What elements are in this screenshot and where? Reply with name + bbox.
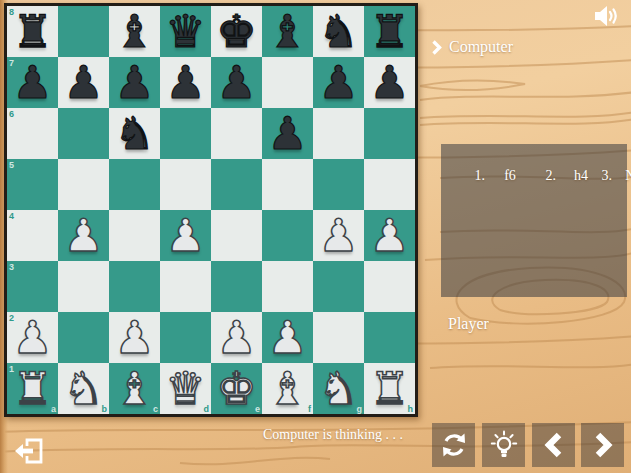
square-c7[interactable]: ♟ [109, 57, 160, 108]
piece-bP-d7[interactable]: ♟ [165, 57, 205, 108]
piece-wP-e2[interactable]: ♟ [216, 312, 256, 363]
piece-wP-c2[interactable]: ♟ [114, 312, 154, 363]
piece-bN-g8[interactable]: ♞ [318, 6, 358, 57]
square-g7[interactable]: ♟ [313, 57, 364, 108]
square-d3[interactable] [160, 261, 211, 312]
square-g4[interactable]: ♟ [313, 210, 364, 261]
piece-bP-f6[interactable]: ♟ [267, 108, 307, 159]
square-b3[interactable] [58, 261, 109, 312]
square-g3[interactable] [313, 261, 364, 312]
piece-wP-f2[interactable]: ♟ [267, 312, 307, 363]
square-c2[interactable]: ♟ [109, 312, 160, 363]
square-f7[interactable] [262, 57, 313, 108]
square-a6[interactable]: 6 [7, 108, 58, 159]
square-f6[interactable]: ♟ [262, 108, 313, 159]
chess-app: 8♜♝♛♚♝♞♜7♟♟♟♟♟♟♟6♞♟54♟♟♟♟32♟♟♟♟1a♜b♞c♝d♛… [0, 0, 631, 473]
rank-label: 1 [9, 364, 14, 374]
square-a1[interactable]: 1a♜ [7, 363, 58, 414]
square-b2[interactable] [58, 312, 109, 363]
hint-button[interactable] [482, 423, 525, 467]
square-h6[interactable] [364, 108, 415, 159]
piece-wP-h4[interactable]: ♟ [369, 210, 409, 261]
move-3: 3.Nc6 [599, 161, 631, 191]
piece-bN-c6[interactable]: ♞ [114, 108, 154, 159]
rank-label: 5 [9, 160, 14, 170]
square-c3[interactable] [109, 261, 160, 312]
piece-wP-b4[interactable]: ♟ [63, 210, 103, 261]
square-b8[interactable] [58, 6, 109, 57]
piece-wQ-d1[interactable]: ♛ [165, 363, 205, 414]
piece-wP-g4[interactable]: ♟ [318, 210, 358, 261]
square-d5[interactable] [160, 159, 211, 210]
rank-label: 6 [9, 109, 14, 119]
piece-wB-c1[interactable]: ♝ [114, 363, 154, 414]
square-a8[interactable]: 8♜ [7, 6, 58, 57]
square-h3[interactable] [364, 261, 415, 312]
square-c5[interactable] [109, 159, 160, 210]
piece-bP-b7[interactable]: ♟ [63, 57, 103, 108]
square-g6[interactable] [313, 108, 364, 159]
square-g8[interactable]: ♞ [313, 6, 364, 57]
square-h8[interactable]: ♜ [364, 6, 415, 57]
square-b4[interactable]: ♟ [58, 210, 109, 261]
move-2: 2.h4 [543, 161, 599, 191]
file-label: a [51, 404, 56, 414]
piece-bR-a8[interactable]: ♜ [12, 6, 52, 57]
square-a4[interactable]: 4 [7, 210, 58, 261]
square-c8[interactable]: ♝ [109, 6, 160, 57]
piece-wK-e1[interactable]: ♚ [216, 363, 256, 414]
square-b6[interactable] [58, 108, 109, 159]
board-frame: 8♜♝♛♚♝♞♜7♟♟♟♟♟♟♟6♞♟54♟♟♟♟32♟♟♟♟1a♜b♞c♝d♛… [4, 3, 418, 417]
next-move-button[interactable] [581, 423, 624, 467]
exit-icon [13, 433, 47, 467]
file-label: b [102, 404, 108, 414]
square-d4[interactable]: ♟ [160, 210, 211, 261]
square-e1[interactable]: e♚ [211, 363, 262, 414]
square-h1[interactable]: h♜ [364, 363, 415, 414]
computer-section-header[interactable]: Computer [431, 38, 513, 56]
previous-move-button[interactable] [532, 423, 575, 467]
square-f3[interactable] [262, 261, 313, 312]
square-e7[interactable]: ♟ [211, 57, 262, 108]
piece-wN-g1[interactable]: ♞ [318, 363, 358, 414]
square-c1[interactable]: c♝ [109, 363, 160, 414]
exit-button[interactable] [13, 433, 47, 467]
square-c4[interactable] [109, 210, 160, 261]
move-1: 1.f6 [472, 161, 543, 191]
file-label: e [255, 404, 260, 414]
speaker-icon [592, 3, 622, 29]
piece-wP-a2[interactable]: ♟ [12, 312, 52, 363]
square-a5[interactable]: 5 [7, 159, 58, 210]
square-e5[interactable] [211, 159, 262, 210]
file-label: f [308, 404, 311, 414]
file-label: c [153, 404, 158, 414]
file-label: d [204, 404, 210, 414]
square-h5[interactable] [364, 159, 415, 210]
square-a3[interactable]: 3 [7, 261, 58, 312]
square-e2[interactable]: ♟ [211, 312, 262, 363]
square-b5[interactable] [58, 159, 109, 210]
piece-wR-h1[interactable]: ♜ [369, 363, 409, 414]
rank-label: 2 [9, 313, 14, 323]
piece-wN-b1[interactable]: ♞ [63, 363, 103, 414]
piece-bP-c7[interactable]: ♟ [114, 57, 154, 108]
square-f2[interactable]: ♟ [262, 312, 313, 363]
square-e3[interactable] [211, 261, 262, 312]
square-d7[interactable]: ♟ [160, 57, 211, 108]
piece-bK-e8[interactable]: ♚ [216, 6, 256, 57]
piece-wR-a1[interactable]: ♜ [12, 363, 52, 414]
file-label: h [408, 404, 414, 414]
piece-bB-f8[interactable]: ♝ [267, 6, 307, 57]
restart-button[interactable] [432, 423, 475, 467]
piece-bQ-d8[interactable]: ♛ [165, 6, 205, 57]
square-b1[interactable]: b♞ [58, 363, 109, 414]
rank-label: 4 [9, 211, 14, 221]
chevron-right-icon [591, 431, 615, 459]
square-a7[interactable]: 7♟ [7, 57, 58, 108]
square-a2[interactable]: 2♟ [7, 312, 58, 363]
square-c6[interactable]: ♞ [109, 108, 160, 159]
piece-bP-a7[interactable]: ♟ [12, 57, 52, 108]
square-d2[interactable] [160, 312, 211, 363]
square-d6[interactable] [160, 108, 211, 159]
square-d8[interactable]: ♛ [160, 6, 211, 57]
status-message: Computer is thinking . . . [263, 427, 403, 443]
file-label: g [357, 404, 363, 414]
rank-label: 3 [9, 262, 14, 272]
square-d1[interactable]: d♛ [160, 363, 211, 414]
square-h7[interactable]: ♟ [364, 57, 415, 108]
square-e6[interactable] [211, 108, 262, 159]
piece-bP-e7[interactable]: ♟ [216, 57, 256, 108]
piece-bR-h8[interactable]: ♜ [369, 6, 409, 57]
square-e4[interactable] [211, 210, 262, 261]
piece-bB-c8[interactable]: ♝ [114, 6, 154, 57]
piece-wB-f1[interactable]: ♝ [267, 363, 307, 414]
square-b7[interactable]: ♟ [58, 57, 109, 108]
piece-wP-d4[interactable]: ♟ [165, 210, 205, 261]
chevron-left-icon [542, 431, 566, 459]
rank-label: 7 [9, 58, 14, 68]
computer-label: Computer [449, 38, 513, 56]
square-g5[interactable] [313, 159, 364, 210]
board: 8♜♝♛♚♝♞♜7♟♟♟♟♟♟♟6♞♟54♟♟♟♟32♟♟♟♟1a♜b♞c♝d♛… [7, 6, 415, 414]
square-g2[interactable] [313, 312, 364, 363]
refresh-icon [440, 431, 468, 459]
move-list-panel: 1.f6 2.h4 3.Nc6 4.b3 5.Nb8 6.g4 7.Nc6 8.… [441, 144, 627, 297]
rank-label: 8 [9, 7, 14, 17]
square-h2[interactable] [364, 312, 415, 363]
player-label: Player [448, 315, 489, 333]
chevron-right-icon [431, 40, 442, 55]
square-f8[interactable]: ♝ [262, 6, 313, 57]
piece-bP-g7[interactable]: ♟ [318, 57, 358, 108]
square-e8[interactable]: ♚ [211, 6, 262, 57]
square-g1[interactable]: g♞ [313, 363, 364, 414]
square-f4[interactable] [262, 210, 313, 261]
lightbulb-icon [490, 430, 518, 460]
square-f5[interactable] [262, 159, 313, 210]
square-h4[interactable]: ♟ [364, 210, 415, 261]
piece-bP-h7[interactable]: ♟ [369, 57, 409, 108]
sound-toggle-button[interactable] [592, 3, 622, 29]
square-f1[interactable]: f♝ [262, 363, 313, 414]
